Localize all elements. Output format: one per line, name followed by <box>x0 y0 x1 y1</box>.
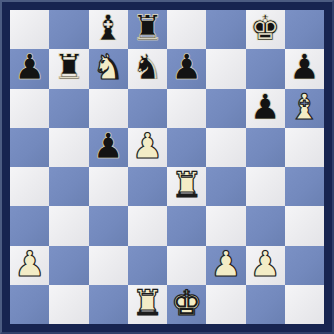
square-h6[interactable]: ♝ <box>285 89 324 128</box>
black-pawn-piece[interactable]: ♟ <box>289 50 320 85</box>
square-g5[interactable] <box>246 128 285 167</box>
square-d5[interactable]: ♟ <box>128 128 167 167</box>
square-b4[interactable] <box>49 167 88 206</box>
square-b6[interactable] <box>49 89 88 128</box>
square-a4[interactable] <box>10 167 49 206</box>
white-pawn-piece[interactable]: ♟ <box>132 129 163 164</box>
white-bishop-piece[interactable]: ♝ <box>289 90 320 125</box>
square-e2[interactable] <box>167 246 206 285</box>
black-pawn-piece[interactable]: ♟ <box>171 50 202 85</box>
square-g8[interactable]: ♚ <box>246 10 285 49</box>
square-g1[interactable] <box>246 285 285 324</box>
square-d8[interactable]: ♜ <box>128 10 167 49</box>
square-f2[interactable]: ♟ <box>206 246 245 285</box>
square-c4[interactable] <box>89 167 128 206</box>
square-d4[interactable] <box>128 167 167 206</box>
square-f3[interactable] <box>206 206 245 245</box>
square-a3[interactable] <box>10 206 49 245</box>
square-b8[interactable] <box>49 10 88 49</box>
square-b5[interactable] <box>49 128 88 167</box>
white-rook-piece[interactable]: ♜ <box>171 168 202 203</box>
white-pawn-piece[interactable]: ♟ <box>210 247 241 282</box>
square-h5[interactable] <box>285 128 324 167</box>
square-f1[interactable] <box>206 285 245 324</box>
white-rook-piece[interactable]: ♜ <box>132 286 163 321</box>
black-rook-piece[interactable]: ♜ <box>132 11 163 46</box>
black-king-piece[interactable]: ♚ <box>249 11 280 46</box>
square-e3[interactable] <box>167 206 206 245</box>
white-knight-piece[interactable]: ♞ <box>92 50 123 85</box>
square-c7[interactable]: ♞ <box>89 49 128 88</box>
square-c2[interactable] <box>89 246 128 285</box>
square-b2[interactable] <box>49 246 88 285</box>
square-e4[interactable]: ♜ <box>167 167 206 206</box>
square-f8[interactable] <box>206 10 245 49</box>
square-c3[interactable] <box>89 206 128 245</box>
square-d6[interactable] <box>128 89 167 128</box>
square-a8[interactable] <box>10 10 49 49</box>
square-d1[interactable]: ♜ <box>128 285 167 324</box>
square-b1[interactable] <box>49 285 88 324</box>
white-pawn-piece[interactable]: ♟ <box>14 247 45 282</box>
square-d2[interactable] <box>128 246 167 285</box>
black-knight-piece[interactable]: ♞ <box>132 50 163 85</box>
square-h1[interactable] <box>285 285 324 324</box>
black-pawn-piece[interactable]: ♟ <box>14 50 45 85</box>
square-h2[interactable] <box>285 246 324 285</box>
black-pawn-piece[interactable]: ♟ <box>92 129 123 164</box>
square-a6[interactable] <box>10 89 49 128</box>
square-f6[interactable] <box>206 89 245 128</box>
square-d3[interactable] <box>128 206 167 245</box>
square-f4[interactable] <box>206 167 245 206</box>
black-bishop-piece[interactable]: ♝ <box>92 11 123 46</box>
square-a1[interactable] <box>10 285 49 324</box>
black-rook-piece[interactable]: ♜ <box>53 50 84 85</box>
white-pawn-piece[interactable]: ♟ <box>249 247 280 282</box>
square-c5[interactable]: ♟ <box>89 128 128 167</box>
white-king-piece[interactable]: ♚ <box>171 286 202 321</box>
square-f5[interactable] <box>206 128 245 167</box>
square-c1[interactable] <box>89 285 128 324</box>
square-e8[interactable] <box>167 10 206 49</box>
square-g3[interactable] <box>246 206 285 245</box>
square-a2[interactable]: ♟ <box>10 246 49 285</box>
square-f7[interactable] <box>206 49 245 88</box>
square-h7[interactable]: ♟ <box>285 49 324 88</box>
chess-board-frame: ♝♜♚♟♜♞♞♟♟♟♝♟♟♜♟♟♟♜♚ <box>0 0 334 334</box>
square-e5[interactable] <box>167 128 206 167</box>
square-c8[interactable]: ♝ <box>89 10 128 49</box>
square-b7[interactable]: ♜ <box>49 49 88 88</box>
square-h8[interactable] <box>285 10 324 49</box>
square-g2[interactable]: ♟ <box>246 246 285 285</box>
square-a5[interactable] <box>10 128 49 167</box>
square-g7[interactable] <box>246 49 285 88</box>
square-c6[interactable] <box>89 89 128 128</box>
square-b3[interactable] <box>49 206 88 245</box>
square-e1[interactable]: ♚ <box>167 285 206 324</box>
black-pawn-piece[interactable]: ♟ <box>249 90 280 125</box>
square-e7[interactable]: ♟ <box>167 49 206 88</box>
square-g6[interactable]: ♟ <box>246 89 285 128</box>
square-g4[interactable] <box>246 167 285 206</box>
square-h4[interactable] <box>285 167 324 206</box>
chess-board: ♝♜♚♟♜♞♞♟♟♟♝♟♟♜♟♟♟♜♚ <box>10 10 324 324</box>
square-h3[interactable] <box>285 206 324 245</box>
square-a7[interactable]: ♟ <box>10 49 49 88</box>
square-d7[interactable]: ♞ <box>128 49 167 88</box>
square-e6[interactable] <box>167 89 206 128</box>
